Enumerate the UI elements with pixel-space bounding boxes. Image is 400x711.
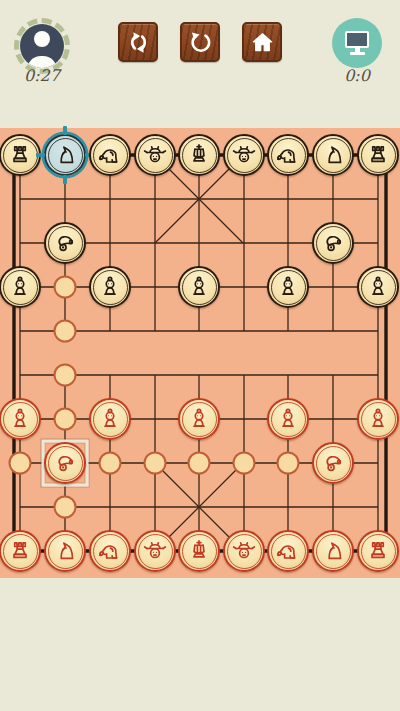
- elephant-icon: [97, 142, 124, 169]
- opponent-avatar: [332, 18, 382, 68]
- piece-red-soldier[interactable]: [357, 398, 399, 440]
- piece-black-soldier[interactable]: [89, 266, 131, 308]
- piece-black-general[interactable]: [178, 134, 220, 176]
- piece-black-advisor[interactable]: [134, 134, 176, 176]
- flip-board-button[interactable]: [118, 22, 158, 62]
- move-hint-dot[interactable]: [54, 320, 77, 343]
- xiangqi-board[interactable]: [0, 128, 400, 578]
- undo-button[interactable]: [180, 22, 220, 62]
- opponent-score: 0:0: [314, 66, 400, 85]
- piece-black-horse[interactable]: [312, 134, 354, 176]
- piece-red-soldier[interactable]: [89, 398, 131, 440]
- piece-black-soldier[interactable]: [267, 266, 309, 308]
- move-hint-dot[interactable]: [54, 408, 77, 431]
- elephant-icon: [275, 538, 302, 565]
- computer-monitor-icon: [345, 31, 369, 55]
- piece-black-cannon[interactable]: [312, 222, 354, 264]
- piece-black-cannon[interactable]: [44, 222, 86, 264]
- piece-red-horse[interactable]: [44, 530, 86, 572]
- cannon-icon: [52, 230, 79, 257]
- chariot-icon: [365, 142, 392, 169]
- cannon-icon: [320, 230, 347, 257]
- piece-red-soldier[interactable]: [267, 398, 309, 440]
- soldier-icon: [186, 406, 213, 433]
- move-hint-dot[interactable]: [54, 276, 77, 299]
- piece-red-chariot[interactable]: [357, 530, 399, 572]
- general-icon: [186, 538, 213, 565]
- target-reticle-tick: [63, 126, 67, 135]
- move-hint-dot[interactable]: [188, 452, 211, 475]
- advisor-icon: [231, 538, 258, 565]
- player-clock: 0:27: [0, 66, 84, 85]
- move-hint-dot[interactable]: [54, 364, 77, 387]
- piece-black-elephant[interactable]: [267, 134, 309, 176]
- piece-red-advisor[interactable]: [223, 530, 265, 572]
- soldier-icon: [186, 274, 213, 301]
- soldier-icon: [275, 406, 302, 433]
- soldier-icon: [97, 274, 124, 301]
- piece-red-advisor[interactable]: [134, 530, 176, 572]
- soldier-icon: [365, 274, 392, 301]
- elephant-icon: [97, 538, 124, 565]
- home-icon: [249, 29, 276, 56]
- cannon-icon: [320, 450, 347, 477]
- undo-arrow-icon: [187, 29, 214, 56]
- piece-red-elephant[interactable]: [89, 530, 131, 572]
- piece-red-cannon[interactable]: [44, 442, 86, 484]
- elephant-icon: [275, 142, 302, 169]
- chariot-icon: [7, 142, 34, 169]
- home-button[interactable]: [242, 22, 282, 62]
- piece-black-soldier[interactable]: [357, 266, 399, 308]
- move-hint-dot[interactable]: [144, 452, 167, 475]
- cannon-icon: [52, 450, 79, 477]
- soldier-icon: [275, 274, 302, 301]
- move-hint-dot[interactable]: [233, 452, 256, 475]
- horse-icon: [52, 538, 79, 565]
- piece-red-cannon[interactable]: [312, 442, 354, 484]
- pieces-layer: [0, 128, 400, 578]
- piece-black-elephant[interactable]: [89, 134, 131, 176]
- soldier-icon: [365, 406, 392, 433]
- general-icon: [186, 142, 213, 169]
- piece-red-soldier[interactable]: [178, 398, 220, 440]
- toolbar: [118, 22, 282, 62]
- target-reticle-tick: [36, 153, 45, 157]
- piece-red-elephant[interactable]: [267, 530, 309, 572]
- piece-black-advisor[interactable]: [223, 134, 265, 176]
- horse-icon: [320, 142, 347, 169]
- piece-black-chariot[interactable]: [0, 134, 41, 176]
- piece-black-horse[interactable]: [44, 134, 86, 176]
- horse-icon: [52, 142, 79, 169]
- advisor-icon: [231, 142, 258, 169]
- piece-red-chariot[interactable]: [0, 530, 41, 572]
- advisor-icon: [142, 538, 169, 565]
- move-hint-dot[interactable]: [277, 452, 300, 475]
- flip-arrows-icon: [125, 29, 152, 56]
- move-hint-dot[interactable]: [9, 452, 32, 475]
- soldier-icon: [7, 274, 34, 301]
- xiangqi-app: 0:27 0:0: [0, 0, 400, 711]
- piece-black-soldier[interactable]: [0, 266, 41, 308]
- piece-black-chariot[interactable]: [357, 134, 399, 176]
- piece-red-horse[interactable]: [312, 530, 354, 572]
- soldier-icon: [7, 406, 34, 433]
- move-hint-dot[interactable]: [54, 496, 77, 519]
- user-icon: [20, 24, 64, 68]
- soldier-icon: [97, 406, 124, 433]
- piece-black-soldier[interactable]: [178, 266, 220, 308]
- target-reticle-tick: [63, 175, 67, 184]
- chariot-icon: [365, 538, 392, 565]
- piece-red-general[interactable]: [178, 530, 220, 572]
- move-hint-dot[interactable]: [99, 452, 122, 475]
- piece-red-soldier[interactable]: [0, 398, 41, 440]
- chariot-icon: [7, 538, 34, 565]
- advisor-icon: [142, 142, 169, 169]
- horse-icon: [320, 538, 347, 565]
